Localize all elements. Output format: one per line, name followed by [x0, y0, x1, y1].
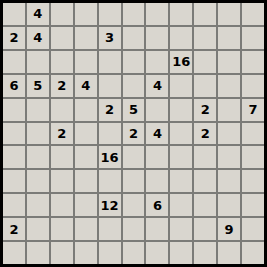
grid-cell-clue[interactable]: 2 [194, 123, 216, 145]
grid-cell[interactable] [146, 242, 168, 264]
grid-cell[interactable] [51, 146, 73, 168]
grid-cell[interactable] [51, 27, 73, 49]
grid-cell[interactable] [218, 123, 240, 145]
grid-cell[interactable] [242, 3, 264, 25]
grid-cell[interactable] [75, 51, 97, 73]
grid-cell[interactable] [194, 194, 216, 216]
shikaku-board: 42431665244252722421612629 [0, 0, 267, 267]
grid-cell[interactable] [242, 27, 264, 49]
grid-cell[interactable] [99, 242, 121, 264]
grid-cell[interactable] [3, 3, 25, 25]
grid-cell[interactable] [242, 242, 264, 264]
grid-cell[interactable] [146, 27, 168, 49]
grid-cell-clue[interactable]: 4 [146, 75, 168, 97]
grid-cell[interactable] [75, 99, 97, 121]
grid-cell[interactable] [75, 3, 97, 25]
grid-cell[interactable] [170, 146, 192, 168]
grid-cell-clue[interactable]: 5 [123, 99, 145, 121]
grid-cell[interactable] [3, 123, 25, 145]
grid-cell-clue[interactable]: 5 [27, 75, 49, 97]
grid-cell-clue[interactable]: 6 [146, 194, 168, 216]
grid-cell[interactable] [99, 218, 121, 240]
grid-cell[interactable] [123, 170, 145, 192]
grid-cell[interactable] [170, 99, 192, 121]
grid-cell-clue[interactable]: 16 [170, 51, 192, 73]
grid-cell-clue[interactable]: 2 [99, 99, 121, 121]
grid-cell[interactable] [3, 99, 25, 121]
grid-cell[interactable] [75, 194, 97, 216]
grid-cell[interactable] [146, 146, 168, 168]
grid-cell[interactable] [27, 123, 49, 145]
grid-cell[interactable] [51, 194, 73, 216]
grid-cell-clue[interactable]: 4 [27, 27, 49, 49]
grid-cell[interactable] [3, 51, 25, 73]
grid-cell[interactable] [3, 194, 25, 216]
grid-cell[interactable] [218, 146, 240, 168]
grid-cell[interactable] [170, 170, 192, 192]
grid-cell[interactable] [123, 27, 145, 49]
grid-cell[interactable] [242, 170, 264, 192]
grid-cell[interactable] [99, 123, 121, 145]
grid-cell[interactable] [123, 146, 145, 168]
grid-cell[interactable] [242, 51, 264, 73]
grid-cell[interactable] [123, 51, 145, 73]
grid-cell[interactable] [194, 242, 216, 264]
grid-cell[interactable] [170, 218, 192, 240]
grid-cell[interactable] [123, 218, 145, 240]
grid-cell[interactable] [75, 123, 97, 145]
grid-cell-clue[interactable]: 4 [75, 75, 97, 97]
grid-cell[interactable] [194, 218, 216, 240]
grid-cell[interactable] [194, 3, 216, 25]
grid-cell[interactable] [75, 170, 97, 192]
grid-cell-clue[interactable]: 6 [3, 75, 25, 97]
grid-cell[interactable] [51, 3, 73, 25]
grid-cell[interactable] [3, 146, 25, 168]
grid-cell[interactable] [99, 51, 121, 73]
grid-cell[interactable] [194, 170, 216, 192]
grid-cell-clue[interactable]: 2 [3, 218, 25, 240]
grid-cell-clue[interactable]: 12 [99, 194, 121, 216]
grid-cell[interactable] [218, 51, 240, 73]
grid-cell[interactable] [218, 3, 240, 25]
grid-cell[interactable] [27, 51, 49, 73]
grid-cell[interactable] [51, 170, 73, 192]
grid-cell[interactable] [170, 75, 192, 97]
grid-cell[interactable] [218, 27, 240, 49]
grid-cell[interactable] [27, 146, 49, 168]
grid-cell[interactable] [146, 3, 168, 25]
grid-cell[interactable] [218, 99, 240, 121]
grid-cell[interactable] [242, 123, 264, 145]
grid-cell[interactable] [99, 3, 121, 25]
grid-cell[interactable] [99, 170, 121, 192]
grid-cell[interactable] [75, 27, 97, 49]
grid-cell[interactable] [75, 242, 97, 264]
grid-cell[interactable] [218, 242, 240, 264]
grid-cell[interactable] [242, 218, 264, 240]
grid-cell-clue[interactable]: 16 [99, 146, 121, 168]
grid-cell[interactable] [242, 194, 264, 216]
grid-cell[interactable] [75, 146, 97, 168]
grid-cell[interactable] [123, 242, 145, 264]
grid-cell[interactable] [27, 99, 49, 121]
grid-cell[interactable] [218, 194, 240, 216]
grid-cell[interactable] [123, 194, 145, 216]
grid-cell[interactable] [218, 75, 240, 97]
grid-cell[interactable] [170, 3, 192, 25]
grid-cell-clue[interactable]: 4 [146, 123, 168, 145]
grid-cell[interactable] [51, 51, 73, 73]
grid-cell-clue[interactable]: 4 [27, 3, 49, 25]
grid-cell[interactable] [51, 218, 73, 240]
grid-cell[interactable] [194, 146, 216, 168]
grid-cell[interactable] [170, 123, 192, 145]
grid-cell[interactable] [194, 75, 216, 97]
grid-cell[interactable] [146, 218, 168, 240]
grid-cell[interactable] [123, 75, 145, 97]
grid-cell[interactable] [242, 146, 264, 168]
grid-cell[interactable] [27, 218, 49, 240]
grid-cell[interactable] [170, 27, 192, 49]
grid-cell[interactable] [27, 194, 49, 216]
grid-cell[interactable] [51, 242, 73, 264]
grid-cell-clue[interactable]: 9 [218, 218, 240, 240]
grid-cell-clue[interactable]: 2 [51, 123, 73, 145]
grid-cell[interactable] [75, 218, 97, 240]
grid-cell[interactable] [3, 170, 25, 192]
grid-cell-clue[interactable]: 2 [51, 75, 73, 97]
grid-cell-clue[interactable]: 7 [242, 99, 264, 121]
grid-cell[interactable] [99, 75, 121, 97]
grid-cell[interactable] [170, 242, 192, 264]
grid-cell[interactable] [146, 99, 168, 121]
grid-cell[interactable] [146, 51, 168, 73]
grid-cell[interactable] [51, 99, 73, 121]
grid-cell-clue[interactable]: 2 [194, 99, 216, 121]
grid-cell[interactable] [242, 75, 264, 97]
grid-cell[interactable] [194, 51, 216, 73]
grid-cell[interactable] [27, 242, 49, 264]
grid-cell[interactable] [194, 27, 216, 49]
grid-cell[interactable] [170, 194, 192, 216]
grid-cell[interactable] [3, 242, 25, 264]
grid-cell-clue[interactable]: 2 [3, 27, 25, 49]
grid-cell-clue[interactable]: 2 [123, 123, 145, 145]
grid-cell[interactable] [123, 3, 145, 25]
grid-cell[interactable] [218, 170, 240, 192]
grid-cell[interactable] [27, 170, 49, 192]
grid-cell[interactable] [146, 170, 168, 192]
grid-cell-clue[interactable]: 3 [99, 27, 121, 49]
